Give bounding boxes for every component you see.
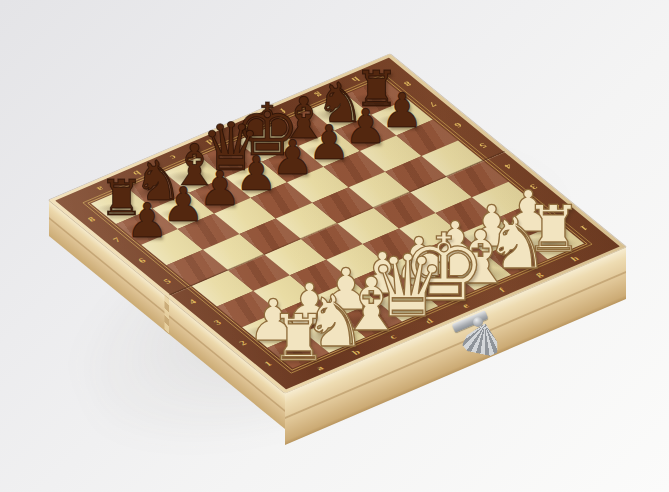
fold-finger-joint	[164, 294, 169, 334]
photo-backdrop: 8877665544332211aabbccddeeffgghh ♜♞♝♛♚♝♞…	[0, 0, 669, 492]
piece-black-pawn-a7[interactable]: ♟	[118, 197, 175, 245]
piece-white-rook-a1[interactable]: ♜	[260, 307, 337, 371]
